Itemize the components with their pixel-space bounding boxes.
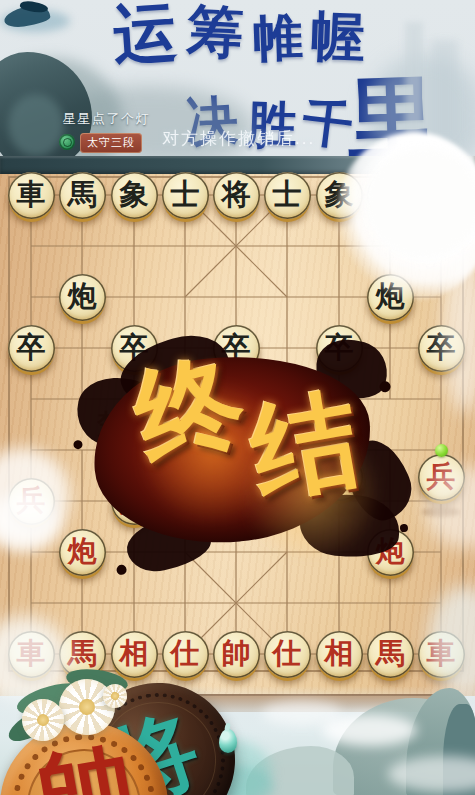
piece-glyph: 将 [222,180,251,209]
white-paint-smear [364,148,475,260]
xiangqi-piece-black[interactable]: 炮 [59,274,106,321]
rank-badge: 太守三段 [80,133,142,153]
ink-dot [116,564,127,575]
termination-splash: 终 结 [76,329,407,581]
xiangqi-piece-black[interactable]: 象 [111,172,158,219]
rank-medal-icon [59,134,75,150]
xiangqi-piece-black[interactable]: 士 [162,172,209,219]
piece-glyph: 車 [17,180,46,209]
waterfall-streak [432,40,458,140]
piece-glyph: 仕 [171,639,200,668]
player-name: 星星点了个灯 [63,110,150,128]
game-screen: 运 筹 帷 幄 决 胜 千 里 星星点了个灯 太守三段 对方操作撤销后... [0,0,475,795]
piece-glyph: 帥 [222,639,251,668]
xiangqi-piece-black[interactable]: 将 [213,172,260,219]
piece-glyph: 象 [120,180,149,209]
piece-glyph: 士 [273,180,302,209]
xiangqi-piece-black[interactable]: 卒 [8,325,55,372]
piece-glyph: 馬 [376,639,405,668]
piece-glyph: 仕 [273,639,302,668]
piece-glyph: 相 [325,639,354,668]
piece-glyph: 炮 [68,282,97,311]
xiangqi-piece-red[interactable]: 帥 [213,631,260,678]
rock-highlight [8,94,64,156]
piece-glyph: 馬 [68,639,97,668]
ink-dot [379,381,391,393]
waterfall-streak [405,22,423,144]
xiangqi-piece-red[interactable]: 相 [316,631,363,678]
xiangqi-piece-red[interactable]: 仕 [162,631,209,678]
teal-droplet-icon [219,729,237,753]
xiangqi-piece-black[interactable]: 士 [264,172,311,219]
system-message: 对方操作撤销后... [162,127,315,150]
xiangqi-piece-black[interactable]: 馬 [59,172,106,219]
xiangqi-piece-red[interactable]: 相 [111,631,158,678]
xiangqi-piece-black[interactable]: 車 [8,172,55,219]
move-marker-dot[interactable] [435,444,448,457]
piece-glyph: 馬 [68,180,97,209]
xiangqi-piece-red[interactable]: 仕 [264,631,311,678]
banner-char: 结 [244,386,367,509]
piece-glyph: 相 [120,639,149,668]
mist-wisp [262,700,342,726]
piece-glyph: 卒 [17,333,46,362]
piece-glyph: 士 [171,180,200,209]
xiangqi-piece-red[interactable]: 馬 [367,631,414,678]
